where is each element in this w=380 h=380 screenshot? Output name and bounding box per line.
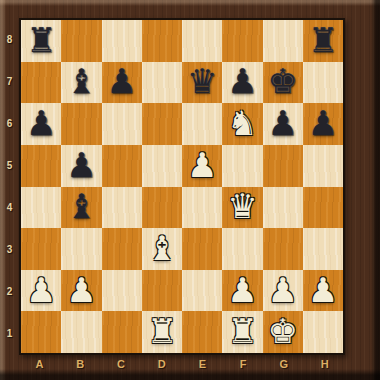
black-bishop[interactable]: ♝: [66, 189, 96, 223]
square-c6[interactable]: [102, 103, 142, 145]
square-e4[interactable]: [182, 187, 222, 229]
white-pawn[interactable]: ♟: [227, 273, 257, 307]
file-label-e: E: [182, 353, 223, 374]
chess-board-frame: 87654321 ♜♜♝♟♛♟♚♟♞♟♟♟♟♝♛♝♟♟♟♟♟♜♜♚ ABCDEF…: [0, 0, 380, 380]
black-rook[interactable]: ♜: [26, 23, 56, 57]
square-a5[interactable]: [21, 145, 61, 187]
black-pawn[interactable]: ♟: [26, 106, 56, 140]
rank-labels: 87654321: [0, 18, 19, 355]
square-f1[interactable]: ♜: [222, 311, 262, 353]
square-d7[interactable]: [142, 62, 182, 104]
square-a1[interactable]: [21, 311, 61, 353]
file-label-b: B: [60, 353, 101, 374]
square-d8[interactable]: [142, 20, 182, 62]
square-d6[interactable]: [142, 103, 182, 145]
black-pawn[interactable]: ♟: [106, 64, 136, 98]
square-e2[interactable]: [182, 270, 222, 312]
square-c7[interactable]: ♟: [102, 62, 142, 104]
square-e3[interactable]: [182, 228, 222, 270]
white-pawn[interactable]: ♟: [267, 273, 297, 307]
square-h3[interactable]: [303, 228, 343, 270]
white-king[interactable]: ♚: [267, 314, 297, 348]
black-pawn[interactable]: ♟: [267, 106, 297, 140]
square-h2[interactable]: ♟: [303, 270, 343, 312]
square-b7[interactable]: ♝: [61, 62, 101, 104]
square-f4[interactable]: ♛: [222, 187, 262, 229]
square-c8[interactable]: [102, 20, 142, 62]
square-g1[interactable]: ♚: [263, 311, 303, 353]
square-g2[interactable]: ♟: [263, 270, 303, 312]
square-h1[interactable]: [303, 311, 343, 353]
square-e5[interactable]: ♟: [182, 145, 222, 187]
black-bishop[interactable]: ♝: [66, 64, 96, 98]
white-pawn[interactable]: ♟: [66, 273, 96, 307]
square-d4[interactable]: [142, 187, 182, 229]
rank-label-7: 7: [0, 60, 19, 102]
black-king[interactable]: ♚: [267, 64, 297, 98]
square-a7[interactable]: [21, 62, 61, 104]
black-queen[interactable]: ♛: [187, 64, 217, 98]
square-g8[interactable]: [263, 20, 303, 62]
square-f5[interactable]: [222, 145, 262, 187]
square-c2[interactable]: [102, 270, 142, 312]
square-a3[interactable]: [21, 228, 61, 270]
chess-board[interactable]: ♜♜♝♟♛♟♚♟♞♟♟♟♟♝♛♝♟♟♟♟♟♜♜♚: [19, 18, 345, 355]
square-h7[interactable]: [303, 62, 343, 104]
white-pawn[interactable]: ♟: [187, 148, 217, 182]
rank-label-2: 2: [0, 271, 19, 313]
square-h5[interactable]: [303, 145, 343, 187]
square-f6[interactable]: ♞: [222, 103, 262, 145]
square-b6[interactable]: [61, 103, 101, 145]
file-label-g: G: [264, 353, 305, 374]
white-rook[interactable]: ♜: [227, 314, 257, 348]
rank-label-8: 8: [0, 18, 19, 60]
square-e1[interactable]: [182, 311, 222, 353]
white-pawn[interactable]: ♟: [308, 273, 338, 307]
square-d1[interactable]: ♜: [142, 311, 182, 353]
square-h4[interactable]: [303, 187, 343, 229]
square-g4[interactable]: [263, 187, 303, 229]
white-rook[interactable]: ♜: [147, 314, 177, 348]
square-g5[interactable]: [263, 145, 303, 187]
square-c5[interactable]: [102, 145, 142, 187]
square-a8[interactable]: ♜: [21, 20, 61, 62]
square-e6[interactable]: [182, 103, 222, 145]
square-g7[interactable]: ♚: [263, 62, 303, 104]
square-b2[interactable]: ♟: [61, 270, 101, 312]
square-e8[interactable]: [182, 20, 222, 62]
square-b3[interactable]: [61, 228, 101, 270]
file-label-c: C: [101, 353, 142, 374]
square-f7[interactable]: ♟: [222, 62, 262, 104]
file-label-a: A: [19, 353, 60, 374]
square-g3[interactable]: [263, 228, 303, 270]
square-h6[interactable]: ♟: [303, 103, 343, 145]
rank-label-4: 4: [0, 187, 19, 229]
black-pawn[interactable]: ♟: [308, 106, 338, 140]
square-e7[interactable]: ♛: [182, 62, 222, 104]
square-c4[interactable]: [102, 187, 142, 229]
rank-label-6: 6: [0, 102, 19, 144]
rank-label-5: 5: [0, 144, 19, 186]
square-g6[interactable]: ♟: [263, 103, 303, 145]
square-h8[interactable]: ♜: [303, 20, 343, 62]
square-b1[interactable]: [61, 311, 101, 353]
black-pawn[interactable]: ♟: [66, 148, 96, 182]
black-rook[interactable]: ♜: [308, 23, 338, 57]
file-labels: ABCDEFGH: [19, 353, 345, 374]
rank-label-1: 1: [0, 313, 19, 355]
white-knight[interactable]: ♞: [227, 106, 257, 140]
square-a6[interactable]: ♟: [21, 103, 61, 145]
square-a4[interactable]: [21, 187, 61, 229]
square-d5[interactable]: [142, 145, 182, 187]
square-d3[interactable]: ♝: [142, 228, 182, 270]
file-label-h: H: [304, 353, 345, 374]
square-f3[interactable]: [222, 228, 262, 270]
square-f2[interactable]: ♟: [222, 270, 262, 312]
square-b4[interactable]: ♝: [61, 187, 101, 229]
file-label-f: F: [223, 353, 264, 374]
white-queen[interactable]: ♛: [227, 189, 257, 223]
square-c1[interactable]: [102, 311, 142, 353]
square-b8[interactable]: [61, 20, 101, 62]
rank-label-3: 3: [0, 229, 19, 271]
square-f8[interactable]: [222, 20, 262, 62]
white-pawn[interactable]: ♟: [26, 273, 56, 307]
black-pawn[interactable]: ♟: [227, 64, 257, 98]
file-label-d: D: [141, 353, 182, 374]
square-b5[interactable]: ♟: [61, 145, 101, 187]
square-d2[interactable]: [142, 270, 182, 312]
square-c3[interactable]: [102, 228, 142, 270]
square-a2[interactable]: ♟: [21, 270, 61, 312]
white-bishop[interactable]: ♝: [147, 231, 177, 265]
